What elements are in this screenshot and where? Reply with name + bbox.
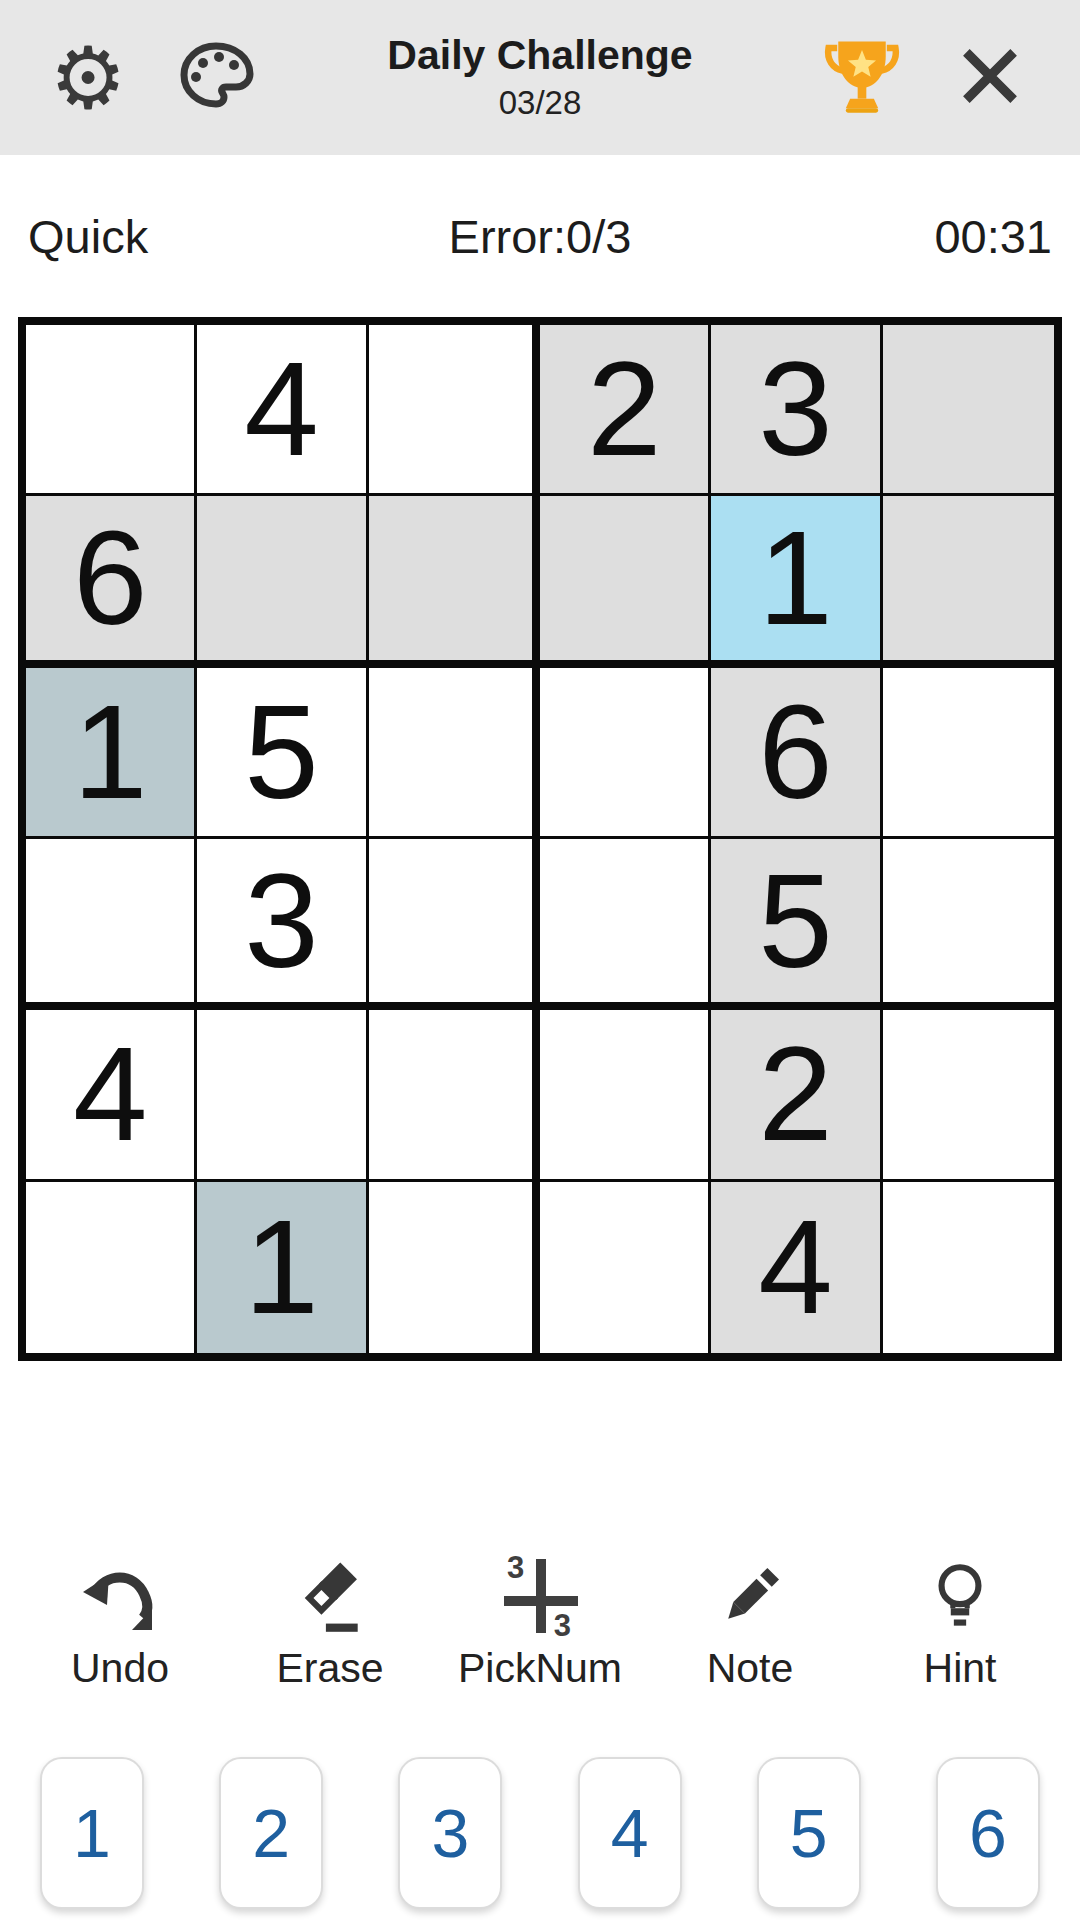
- toolbar: Undo Erase 3 3 PickNum: [0, 1548, 1080, 1691]
- number-pad: 1 2 3 4 5 6: [0, 1757, 1080, 1909]
- eraser-icon: [291, 1548, 369, 1640]
- page-title: Daily Challenge: [387, 32, 692, 79]
- cell-r1c2[interactable]: 4: [197, 325, 368, 496]
- palette-icon: [178, 40, 258, 115]
- numpad-button-4[interactable]: 4: [578, 1757, 682, 1909]
- cell-r6c3[interactable]: [369, 1182, 540, 1353]
- picknum-badge-bottom: 3: [554, 1608, 571, 1644]
- numpad-button-3[interactable]: 3: [398, 1757, 502, 1909]
- cell-r3c1[interactable]: 1: [26, 668, 197, 839]
- undo-button[interactable]: Undo: [35, 1548, 205, 1691]
- trophy-button[interactable]: [807, 0, 917, 155]
- timer: 00:31: [934, 209, 1052, 264]
- status-bar: Quick Error:0/3 00:31: [0, 155, 1080, 317]
- cell-r4c6[interactable]: [883, 839, 1054, 1010]
- cell-r3c4[interactable]: [540, 668, 711, 839]
- top-bar: ⚙ Daily Challenge 03/28: [0, 0, 1080, 155]
- note-button[interactable]: Note: [665, 1548, 835, 1691]
- picknum-icon: 3 3: [498, 1548, 582, 1640]
- cell-r2c5[interactable]: 1: [711, 496, 882, 667]
- cell-r3c3[interactable]: [369, 668, 540, 839]
- cell-r2c1[interactable]: 6: [26, 496, 197, 667]
- erase-button[interactable]: Erase: [245, 1548, 415, 1691]
- cell-r1c3[interactable]: [369, 325, 540, 496]
- note-label: Note: [707, 1646, 794, 1691]
- cell-r3c5[interactable]: 6: [711, 668, 882, 839]
- cell-r6c6[interactable]: [883, 1182, 1054, 1353]
- cell-r5c2[interactable]: [197, 1010, 368, 1181]
- board: 42361156354214: [18, 317, 1062, 1361]
- cell-r4c4[interactable]: [540, 839, 711, 1010]
- cell-r6c1[interactable]: [26, 1182, 197, 1353]
- cell-r4c3[interactable]: [369, 839, 540, 1010]
- cell-r2c4[interactable]: [540, 496, 711, 667]
- cell-r2c2[interactable]: [197, 496, 368, 667]
- cell-r3c6[interactable]: [883, 668, 1054, 839]
- settings-button[interactable]: ⚙: [33, 0, 143, 155]
- cell-r2c3[interactable]: [369, 496, 540, 667]
- cell-r6c4[interactable]: [540, 1182, 711, 1353]
- cell-r4c5[interactable]: 5: [711, 839, 882, 1010]
- cell-r1c6[interactable]: [883, 325, 1054, 496]
- pencil-icon: [711, 1548, 789, 1640]
- undo-label: Undo: [71, 1646, 169, 1691]
- hint-button[interactable]: Hint: [875, 1548, 1045, 1691]
- close-button[interactable]: [935, 0, 1045, 155]
- cell-r2c6[interactable]: [883, 496, 1054, 667]
- lightbulb-icon: [923, 1548, 997, 1640]
- error-counter: Error:0/3: [0, 209, 1080, 264]
- cell-r5c5[interactable]: 2: [711, 1010, 882, 1181]
- cell-r6c2[interactable]: 1: [197, 1182, 368, 1353]
- numpad-button-2[interactable]: 2: [219, 1757, 323, 1909]
- cell-r6c5[interactable]: 4: [711, 1182, 882, 1353]
- cell-r5c4[interactable]: [540, 1010, 711, 1181]
- cell-r5c1[interactable]: 4: [26, 1010, 197, 1181]
- numpad-button-1[interactable]: 1: [40, 1757, 144, 1909]
- cell-r1c5[interactable]: 3: [711, 325, 882, 496]
- title-block: Daily Challenge 03/28: [0, 0, 1080, 155]
- settings-icon: ⚙: [49, 35, 126, 121]
- theme-button[interactable]: [163, 0, 273, 155]
- close-icon: [953, 39, 1027, 116]
- cell-r5c3[interactable]: [369, 1010, 540, 1181]
- cell-r4c1[interactable]: [26, 839, 197, 1010]
- undo-icon: [80, 1548, 160, 1640]
- numpad-button-5[interactable]: 5: [757, 1757, 861, 1909]
- trophy-icon: [823, 35, 901, 120]
- erase-label: Erase: [276, 1646, 383, 1691]
- challenge-date: 03/28: [499, 83, 582, 123]
- cell-r3c2[interactable]: 5: [197, 668, 368, 839]
- picknum-badge-top: 3: [507, 1550, 524, 1586]
- hint-label: Hint: [924, 1646, 997, 1691]
- picknum-cross-horizontal: [504, 1596, 578, 1606]
- picknum-label: PickNum: [458, 1646, 622, 1691]
- numpad-button-6[interactable]: 6: [936, 1757, 1040, 1909]
- cell-r4c2[interactable]: 3: [197, 839, 368, 1010]
- cell-r1c1[interactable]: [26, 325, 197, 496]
- picknum-button[interactable]: 3 3 PickNum: [455, 1548, 625, 1691]
- cell-r1c4[interactable]: 2: [540, 325, 711, 496]
- cell-r5c6[interactable]: [883, 1010, 1054, 1181]
